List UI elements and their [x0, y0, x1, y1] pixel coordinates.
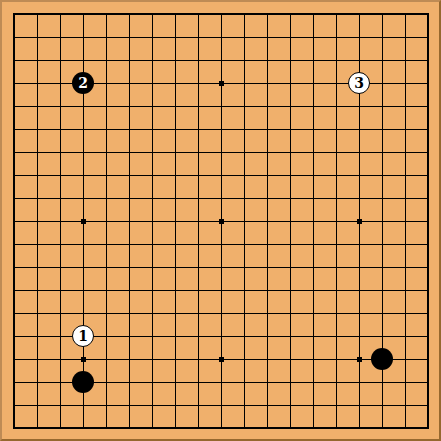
star-point	[81, 357, 86, 362]
white-stone-move-1[interactable]: 1	[72, 325, 94, 347]
star-point	[219, 357, 224, 362]
black-stone[interactable]	[371, 348, 393, 370]
black-stone[interactable]	[72, 371, 94, 393]
star-point	[357, 219, 362, 224]
star-point	[357, 357, 362, 362]
go-board: 231	[2, 2, 439, 439]
star-point	[219, 219, 224, 224]
stones-layer: 231	[2, 2, 439, 439]
star-point	[219, 81, 224, 86]
white-stone-move-3[interactable]: 3	[348, 72, 370, 94]
board-frame: 231	[0, 0, 441, 441]
star-point	[81, 219, 86, 224]
black-stone-move-2[interactable]: 2	[72, 72, 94, 94]
